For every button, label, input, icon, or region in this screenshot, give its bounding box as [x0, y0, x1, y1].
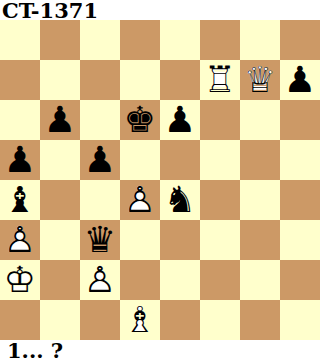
square-e3[interactable]	[160, 220, 200, 260]
piece-outline: ♙	[120, 180, 160, 220]
square-b6[interactable]: ♟	[40, 100, 80, 140]
piece-black-pawn[interactable]: ♟	[80, 140, 120, 180]
square-c5[interactable]: ♟	[80, 140, 120, 180]
piece-black-pawn[interactable]: ♟	[280, 60, 320, 100]
square-f6[interactable]	[200, 100, 240, 140]
square-d7[interactable]	[120, 60, 160, 100]
square-h3[interactable]	[280, 220, 320, 260]
square-b7[interactable]	[40, 60, 80, 100]
square-b5[interactable]	[40, 140, 80, 180]
square-d5[interactable]	[120, 140, 160, 180]
piece-black-king[interactable]: ♚	[120, 100, 160, 140]
square-a8[interactable]	[0, 20, 40, 60]
piece-white-king[interactable]: ♚♔	[0, 260, 40, 300]
piece-black-pawn[interactable]: ♟	[160, 100, 200, 140]
piece-white-rook[interactable]: ♜♖	[200, 60, 240, 100]
square-g6[interactable]	[240, 100, 280, 140]
square-g5[interactable]	[240, 140, 280, 180]
square-e4[interactable]: ♞	[160, 180, 200, 220]
square-g7[interactable]: ♛♕	[240, 60, 280, 100]
piece-outline: ♙	[80, 260, 120, 300]
piece-outline: ♙	[0, 220, 40, 260]
square-e6[interactable]: ♟	[160, 100, 200, 140]
square-f5[interactable]	[200, 140, 240, 180]
square-c8[interactable]	[80, 20, 120, 60]
square-f1[interactable]	[200, 300, 240, 340]
square-b2[interactable]	[40, 260, 80, 300]
square-g1[interactable]	[240, 300, 280, 340]
piece-outline: ♖	[200, 60, 240, 100]
square-d3[interactable]	[120, 220, 160, 260]
square-d8[interactable]	[120, 20, 160, 60]
square-a2[interactable]: ♚♔	[0, 260, 40, 300]
square-d1[interactable]: ♝♗	[120, 300, 160, 340]
piece-black-pawn[interactable]: ♟	[40, 100, 80, 140]
chess-board: ♜♖♛♕♟♟♚♟♟♟♝♟♙♞♟♙♛♚♔♟♙♝♗	[0, 20, 320, 340]
square-h7[interactable]: ♟	[280, 60, 320, 100]
square-g8[interactable]	[240, 20, 280, 60]
square-h1[interactable]	[280, 300, 320, 340]
piece-outline: ♔	[0, 260, 40, 300]
square-d2[interactable]	[120, 260, 160, 300]
square-f3[interactable]	[200, 220, 240, 260]
square-h2[interactable]	[280, 260, 320, 300]
square-c3[interactable]: ♛	[80, 220, 120, 260]
square-h5[interactable]	[280, 140, 320, 180]
square-a3[interactable]: ♟♙	[0, 220, 40, 260]
move-prompt-label: 1... ?	[0, 340, 320, 360]
square-c6[interactable]	[80, 100, 120, 140]
square-c2[interactable]: ♟♙	[80, 260, 120, 300]
square-b4[interactable]	[40, 180, 80, 220]
square-f7[interactable]: ♜♖	[200, 60, 240, 100]
square-b3[interactable]	[40, 220, 80, 260]
piece-black-queen[interactable]: ♛	[80, 220, 120, 260]
piece-black-knight[interactable]: ♞	[160, 180, 200, 220]
piece-white-bishop[interactable]: ♝♗	[120, 300, 160, 340]
square-e1[interactable]	[160, 300, 200, 340]
puzzle-id-label: CT-1371	[0, 0, 320, 20]
square-a4[interactable]: ♝	[0, 180, 40, 220]
square-f8[interactable]	[200, 20, 240, 60]
piece-outline: ♗	[120, 300, 160, 340]
square-e8[interactable]	[160, 20, 200, 60]
square-a7[interactable]	[0, 60, 40, 100]
square-c7[interactable]	[80, 60, 120, 100]
square-a1[interactable]	[0, 300, 40, 340]
square-b8[interactable]	[40, 20, 80, 60]
piece-black-pawn[interactable]: ♟	[0, 140, 40, 180]
square-g3[interactable]	[240, 220, 280, 260]
square-e5[interactable]	[160, 140, 200, 180]
square-c1[interactable]	[80, 300, 120, 340]
square-a5[interactable]: ♟	[0, 140, 40, 180]
square-e2[interactable]	[160, 260, 200, 300]
square-g4[interactable]	[240, 180, 280, 220]
piece-white-pawn[interactable]: ♟♙	[120, 180, 160, 220]
square-e7[interactable]	[160, 60, 200, 100]
square-a6[interactable]	[0, 100, 40, 140]
square-f4[interactable]	[200, 180, 240, 220]
piece-outline: ♕	[240, 60, 280, 100]
square-c4[interactable]	[80, 180, 120, 220]
square-d6[interactable]: ♚	[120, 100, 160, 140]
square-h4[interactable]	[280, 180, 320, 220]
square-g2[interactable]	[240, 260, 280, 300]
square-h8[interactable]	[280, 20, 320, 60]
piece-white-pawn[interactable]: ♟♙	[80, 260, 120, 300]
piece-white-pawn[interactable]: ♟♙	[0, 220, 40, 260]
chess-puzzle-page: CT-1371 ♜♖♛♕♟♟♚♟♟♟♝♟♙♞♟♙♛♚♔♟♙♝♗ 1... ?	[0, 0, 320, 360]
piece-black-bishop[interactable]: ♝	[0, 180, 40, 220]
piece-white-queen[interactable]: ♛♕	[240, 60, 280, 100]
square-f2[interactable]	[200, 260, 240, 300]
square-h6[interactable]	[280, 100, 320, 140]
square-b1[interactable]	[40, 300, 80, 340]
square-d4[interactable]: ♟♙	[120, 180, 160, 220]
